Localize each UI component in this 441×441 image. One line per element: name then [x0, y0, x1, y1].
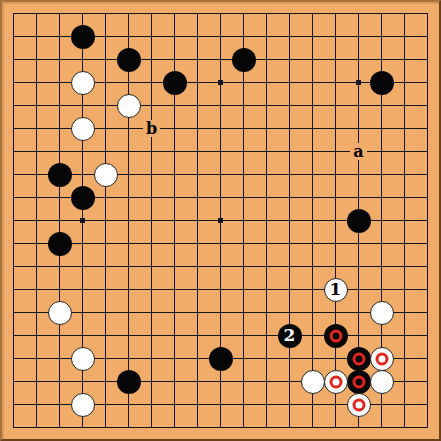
grid-line: [13, 427, 428, 428]
star-point: [80, 218, 85, 223]
white-stone-circled: [324, 370, 348, 394]
circle-mark: [375, 352, 388, 365]
black-stone: [71, 186, 95, 210]
grid-line: [335, 13, 336, 428]
white-stone: [48, 301, 72, 325]
circle-mark: [329, 329, 342, 342]
point-label-b: b: [143, 120, 160, 137]
go-board: ba21: [0, 0, 441, 441]
star-point: [218, 80, 223, 85]
black-stone: [117, 48, 141, 72]
white-stone: [117, 94, 141, 118]
black-stone-move-2: 2: [278, 324, 302, 348]
move-number: 2: [278, 324, 302, 348]
black-stone-circled: [347, 370, 371, 394]
point-label-a: a: [350, 143, 367, 160]
grid-line: [13, 312, 428, 313]
grid-line: [289, 13, 290, 428]
black-stone: [209, 347, 233, 371]
grid-line: [13, 243, 428, 244]
black-stone: [370, 71, 394, 95]
star-point: [356, 80, 361, 85]
white-stone-circled: [347, 393, 371, 417]
white-stone: [71, 71, 95, 95]
grid-line: [312, 13, 313, 428]
white-stone-circled: [370, 347, 394, 371]
white-stone: [370, 370, 394, 394]
move-number: 1: [325, 279, 347, 301]
white-stone: [71, 117, 95, 141]
white-stone: [94, 163, 118, 187]
white-stone: [301, 370, 325, 394]
circle-mark: [352, 398, 365, 411]
grid-line: [404, 13, 405, 428]
black-stone: [71, 25, 95, 49]
star-point: [218, 218, 223, 223]
circle-mark: [352, 352, 365, 365]
black-stone: [48, 163, 72, 187]
white-stone: [71, 347, 95, 371]
grid-line: [13, 335, 428, 336]
white-stone: [71, 393, 95, 417]
circle-mark: [352, 375, 365, 388]
black-stone-circled: [347, 347, 371, 371]
grid-line: [266, 13, 267, 428]
black-stone: [163, 71, 187, 95]
black-stone: [347, 209, 371, 233]
black-stone-circled: [324, 324, 348, 348]
grid-line: [243, 13, 244, 428]
white-stone-move-1: 1: [324, 278, 348, 302]
circle-mark: [329, 375, 342, 388]
grid-line: [427, 13, 428, 428]
grid-line: [13, 289, 428, 290]
black-stone: [232, 48, 256, 72]
black-stone: [48, 232, 72, 256]
white-stone: [370, 301, 394, 325]
grid-line: [13, 266, 428, 267]
black-stone: [117, 370, 141, 394]
